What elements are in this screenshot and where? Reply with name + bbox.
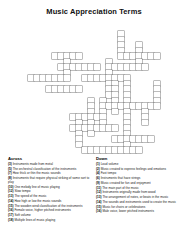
grid-cell[interactable] — [64, 75, 70, 81]
grid-cell[interactable] — [76, 53, 82, 59]
across-clue-18: (18) Multiple lines of music playing — [8, 219, 92, 223]
page-title: Music Appreciation Terms — [0, 7, 188, 16]
grid-cell[interactable] — [154, 103, 160, 109]
grid-cell[interactable] — [148, 136, 154, 142]
across-clue-8: (8) Instruments that require physical st… — [8, 177, 92, 185]
crossword-grid — [28, 31, 160, 153]
down-header: Down — [96, 156, 182, 161]
grid-cell[interactable] — [142, 64, 148, 70]
grid-cell[interactable] — [136, 147, 142, 153]
across-header: Across — [8, 156, 92, 161]
grid-cell[interactable] — [112, 125, 118, 131]
grid-cell[interactable] — [112, 109, 118, 115]
across-clues-list: Across (3) Instruments made from metal(5… — [8, 156, 92, 224]
grid-cell[interactable] — [142, 120, 148, 126]
down-clue-16: (16) Male voice, lower pitched instrumen… — [96, 210, 182, 214]
grid-cell[interactable] — [88, 131, 94, 137]
grid-cell[interactable] — [154, 53, 160, 59]
crossword-page: Music Appreciation Terms Across (3) Inst… — [0, 0, 188, 243]
down-clues-list: Down (1) Loud volume(2) Music created to… — [96, 156, 182, 215]
grid-cell[interactable] — [76, 86, 82, 92]
grid-cell[interactable] — [94, 64, 100, 70]
